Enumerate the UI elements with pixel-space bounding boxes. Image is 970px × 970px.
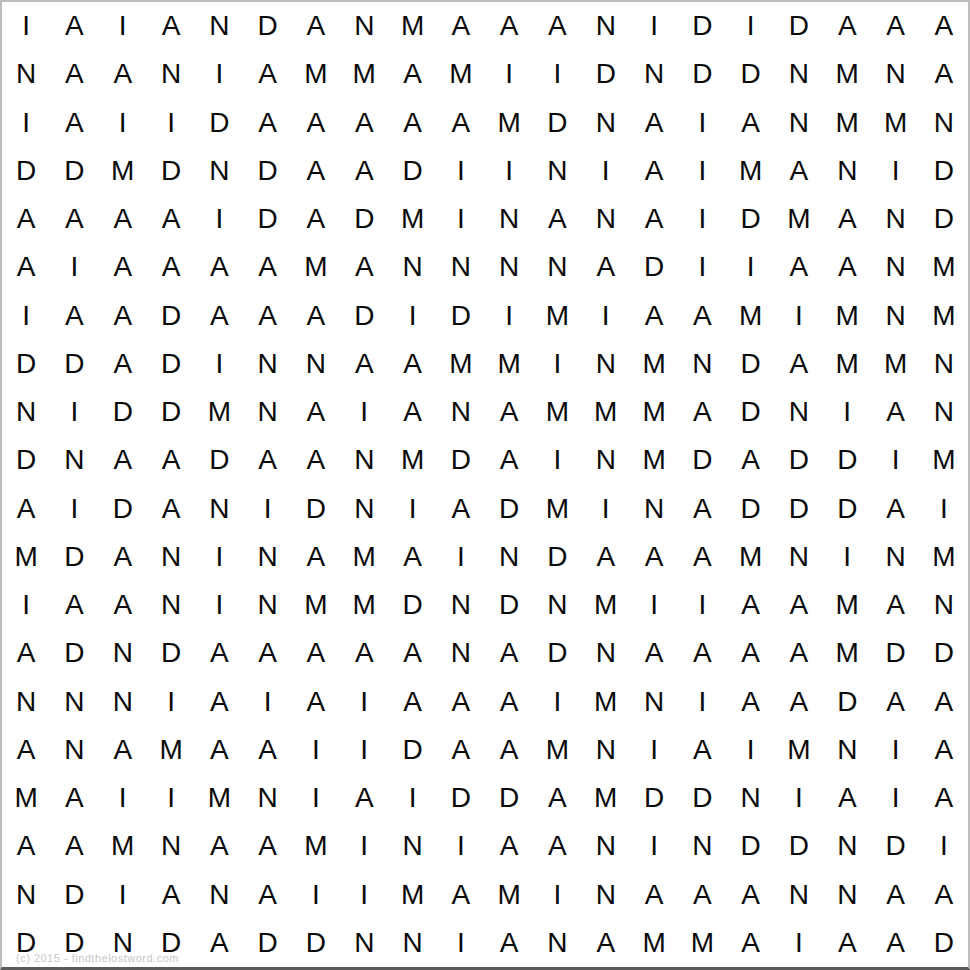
- grid-cell[interactable]: A: [437, 2, 485, 50]
- grid-cell[interactable]: N: [582, 99, 630, 147]
- grid-cell[interactable]: I: [340, 388, 388, 436]
- grid-cell[interactable]: I: [195, 50, 243, 98]
- grid-cell[interactable]: M: [292, 822, 340, 870]
- grid-cell[interactable]: A: [292, 388, 340, 436]
- grid-cell[interactable]: A: [195, 243, 243, 291]
- grid-cell[interactable]: D: [243, 2, 291, 50]
- grid-cell[interactable]: N: [582, 2, 630, 50]
- grid-cell[interactable]: A: [50, 50, 98, 98]
- grid-cell[interactable]: A: [630, 533, 678, 581]
- grid-cell[interactable]: N: [533, 919, 581, 967]
- grid-cell[interactable]: I: [292, 871, 340, 919]
- grid-cell[interactable]: I: [437, 147, 485, 195]
- grid-cell[interactable]: N: [388, 919, 436, 967]
- grid-cell[interactable]: D: [823, 436, 871, 484]
- grid-cell[interactable]: I: [243, 485, 291, 533]
- grid-cell[interactable]: N: [920, 99, 968, 147]
- grid-cell[interactable]: D: [533, 629, 581, 677]
- grid-cell[interactable]: D: [340, 292, 388, 340]
- grid-cell[interactable]: A: [485, 2, 533, 50]
- grid-cell[interactable]: M: [147, 726, 195, 774]
- grid-cell[interactable]: M: [823, 292, 871, 340]
- grid-cell[interactable]: I: [437, 822, 485, 870]
- grid-cell[interactable]: A: [920, 2, 968, 50]
- grid-cell[interactable]: N: [630, 678, 678, 726]
- grid-cell[interactable]: A: [485, 436, 533, 484]
- grid-cell[interactable]: M: [195, 388, 243, 436]
- grid-cell[interactable]: N: [871, 533, 919, 581]
- grid-cell[interactable]: A: [292, 147, 340, 195]
- grid-cell[interactable]: D: [775, 436, 823, 484]
- grid-cell[interactable]: N: [243, 774, 291, 822]
- grid-cell[interactable]: A: [871, 919, 919, 967]
- grid-cell[interactable]: A: [195, 629, 243, 677]
- grid-cell[interactable]: A: [630, 629, 678, 677]
- grid-cell[interactable]: I: [630, 581, 678, 629]
- grid-cell[interactable]: D: [726, 50, 774, 98]
- grid-cell[interactable]: A: [437, 871, 485, 919]
- grid-cell[interactable]: I: [99, 99, 147, 147]
- grid-cell[interactable]: A: [678, 388, 726, 436]
- grid-cell[interactable]: A: [50, 99, 98, 147]
- grid-cell[interactable]: N: [920, 388, 968, 436]
- grid-cell[interactable]: I: [678, 147, 726, 195]
- grid-cell[interactable]: A: [2, 243, 50, 291]
- grid-cell[interactable]: A: [388, 629, 436, 677]
- grid-cell[interactable]: M: [630, 340, 678, 388]
- grid-cell[interactable]: D: [195, 99, 243, 147]
- grid-cell[interactable]: I: [871, 436, 919, 484]
- grid-cell[interactable]: I: [147, 99, 195, 147]
- grid-cell[interactable]: N: [582, 195, 630, 243]
- grid-cell[interactable]: A: [678, 292, 726, 340]
- grid-cell[interactable]: I: [533, 436, 581, 484]
- grid-cell[interactable]: N: [340, 2, 388, 50]
- grid-cell[interactable]: D: [485, 774, 533, 822]
- grid-cell[interactable]: I: [2, 99, 50, 147]
- grid-cell[interactable]: A: [147, 2, 195, 50]
- grid-cell[interactable]: A: [195, 919, 243, 967]
- grid-cell[interactable]: D: [437, 774, 485, 822]
- grid-cell[interactable]: D: [50, 533, 98, 581]
- grid-cell[interactable]: M: [388, 436, 436, 484]
- grid-cell[interactable]: D: [243, 195, 291, 243]
- grid-cell[interactable]: A: [678, 871, 726, 919]
- grid-cell[interactable]: N: [920, 581, 968, 629]
- grid-cell[interactable]: A: [920, 726, 968, 774]
- grid-cell[interactable]: A: [485, 629, 533, 677]
- grid-cell[interactable]: D: [50, 629, 98, 677]
- grid-cell[interactable]: M: [99, 822, 147, 870]
- grid-cell[interactable]: M: [823, 629, 871, 677]
- grid-cell[interactable]: A: [243, 292, 291, 340]
- grid-cell[interactable]: M: [726, 292, 774, 340]
- grid-cell[interactable]: A: [147, 195, 195, 243]
- grid-cell[interactable]: A: [533, 2, 581, 50]
- grid-cell[interactable]: A: [340, 147, 388, 195]
- grid-cell[interactable]: M: [775, 726, 823, 774]
- grid-cell[interactable]: M: [292, 581, 340, 629]
- grid-cell[interactable]: A: [243, 50, 291, 98]
- grid-cell[interactable]: A: [678, 726, 726, 774]
- grid-cell[interactable]: D: [726, 388, 774, 436]
- grid-cell[interactable]: A: [292, 629, 340, 677]
- grid-cell[interactable]: A: [50, 2, 98, 50]
- grid-cell[interactable]: I: [340, 726, 388, 774]
- grid-cell[interactable]: A: [99, 436, 147, 484]
- grid-cell[interactable]: D: [920, 919, 968, 967]
- grid-cell[interactable]: A: [437, 678, 485, 726]
- grid-cell[interactable]: M: [726, 147, 774, 195]
- grid-cell[interactable]: A: [823, 2, 871, 50]
- grid-cell[interactable]: N: [195, 2, 243, 50]
- grid-cell[interactable]: A: [823, 243, 871, 291]
- grid-cell[interactable]: N: [50, 726, 98, 774]
- grid-cell[interactable]: N: [485, 243, 533, 291]
- grid-cell[interactable]: M: [920, 436, 968, 484]
- grid-cell[interactable]: N: [871, 50, 919, 98]
- grid-cell[interactable]: A: [99, 195, 147, 243]
- grid-cell[interactable]: M: [2, 774, 50, 822]
- grid-cell[interactable]: I: [823, 533, 871, 581]
- grid-cell[interactable]: D: [775, 485, 823, 533]
- grid-cell[interactable]: A: [823, 195, 871, 243]
- grid-cell[interactable]: I: [678, 243, 726, 291]
- grid-cell[interactable]: M: [823, 50, 871, 98]
- grid-cell[interactable]: A: [2, 195, 50, 243]
- grid-cell[interactable]: D: [775, 822, 823, 870]
- grid-cell[interactable]: N: [292, 340, 340, 388]
- grid-cell[interactable]: A: [99, 243, 147, 291]
- grid-cell[interactable]: N: [678, 340, 726, 388]
- grid-cell[interactable]: A: [388, 678, 436, 726]
- grid-cell[interactable]: A: [195, 678, 243, 726]
- grid-cell[interactable]: I: [678, 99, 726, 147]
- grid-cell[interactable]: D: [920, 147, 968, 195]
- grid-cell[interactable]: N: [99, 629, 147, 677]
- grid-cell[interactable]: N: [775, 388, 823, 436]
- grid-cell[interactable]: M: [533, 292, 581, 340]
- grid-cell[interactable]: M: [678, 919, 726, 967]
- grid-cell[interactable]: A: [340, 340, 388, 388]
- grid-cell[interactable]: A: [678, 629, 726, 677]
- grid-cell[interactable]: N: [2, 678, 50, 726]
- grid-cell[interactable]: I: [775, 292, 823, 340]
- grid-cell[interactable]: A: [292, 2, 340, 50]
- grid-cell[interactable]: N: [533, 243, 581, 291]
- grid-cell[interactable]: N: [823, 147, 871, 195]
- grid-cell[interactable]: N: [147, 533, 195, 581]
- grid-cell[interactable]: M: [775, 195, 823, 243]
- grid-cell[interactable]: A: [630, 147, 678, 195]
- grid-cell[interactable]: I: [678, 678, 726, 726]
- grid-cell[interactable]: A: [2, 822, 50, 870]
- grid-cell[interactable]: D: [147, 388, 195, 436]
- grid-cell[interactable]: A: [630, 195, 678, 243]
- grid-cell[interactable]: I: [437, 533, 485, 581]
- grid-cell[interactable]: N: [437, 629, 485, 677]
- grid-cell[interactable]: N: [775, 99, 823, 147]
- grid-cell[interactable]: D: [147, 147, 195, 195]
- grid-cell[interactable]: N: [50, 678, 98, 726]
- grid-cell[interactable]: I: [99, 871, 147, 919]
- grid-cell[interactable]: I: [726, 726, 774, 774]
- grid-cell[interactable]: A: [2, 726, 50, 774]
- grid-cell[interactable]: M: [340, 533, 388, 581]
- grid-cell[interactable]: I: [726, 2, 774, 50]
- grid-cell[interactable]: N: [582, 726, 630, 774]
- grid-cell[interactable]: A: [243, 436, 291, 484]
- grid-cell[interactable]: I: [292, 726, 340, 774]
- grid-cell[interactable]: A: [485, 678, 533, 726]
- grid-cell[interactable]: A: [775, 243, 823, 291]
- grid-cell[interactable]: I: [340, 822, 388, 870]
- grid-cell[interactable]: D: [195, 436, 243, 484]
- grid-cell[interactable]: I: [920, 485, 968, 533]
- grid-cell[interactable]: N: [678, 822, 726, 870]
- grid-cell[interactable]: A: [243, 99, 291, 147]
- grid-cell[interactable]: I: [678, 581, 726, 629]
- grid-cell[interactable]: N: [582, 340, 630, 388]
- grid-cell[interactable]: I: [388, 485, 436, 533]
- grid-cell[interactable]: M: [630, 436, 678, 484]
- grid-cell[interactable]: N: [2, 388, 50, 436]
- grid-cell[interactable]: N: [437, 581, 485, 629]
- grid-cell[interactable]: A: [292, 195, 340, 243]
- grid-cell[interactable]: D: [678, 774, 726, 822]
- grid-cell[interactable]: A: [775, 147, 823, 195]
- grid-cell[interactable]: A: [823, 774, 871, 822]
- grid-cell[interactable]: I: [340, 678, 388, 726]
- grid-cell[interactable]: A: [292, 292, 340, 340]
- grid-cell[interactable]: I: [2, 581, 50, 629]
- grid-cell[interactable]: A: [726, 99, 774, 147]
- grid-cell[interactable]: A: [775, 678, 823, 726]
- grid-cell[interactable]: D: [582, 50, 630, 98]
- grid-cell[interactable]: D: [726, 485, 774, 533]
- grid-cell[interactable]: M: [920, 243, 968, 291]
- grid-cell[interactable]: N: [775, 50, 823, 98]
- grid-cell[interactable]: D: [99, 485, 147, 533]
- grid-cell[interactable]: M: [823, 99, 871, 147]
- grid-cell[interactable]: N: [243, 340, 291, 388]
- grid-cell[interactable]: D: [388, 581, 436, 629]
- grid-cell[interactable]: N: [99, 678, 147, 726]
- grid-cell[interactable]: A: [195, 726, 243, 774]
- grid-cell[interactable]: I: [533, 871, 581, 919]
- grid-cell[interactable]: A: [582, 919, 630, 967]
- grid-cell[interactable]: D: [726, 340, 774, 388]
- grid-cell[interactable]: D: [243, 919, 291, 967]
- grid-cell[interactable]: A: [50, 195, 98, 243]
- grid-cell[interactable]: N: [533, 581, 581, 629]
- grid-cell[interactable]: A: [292, 678, 340, 726]
- grid-cell[interactable]: I: [195, 581, 243, 629]
- grid-cell[interactable]: D: [388, 147, 436, 195]
- grid-cell[interactable]: I: [50, 243, 98, 291]
- grid-cell[interactable]: A: [678, 533, 726, 581]
- grid-cell[interactable]: M: [485, 871, 533, 919]
- grid-cell[interactable]: D: [533, 533, 581, 581]
- grid-cell[interactable]: A: [775, 340, 823, 388]
- grid-cell[interactable]: D: [99, 388, 147, 436]
- grid-cell[interactable]: M: [437, 50, 485, 98]
- grid-cell[interactable]: I: [582, 292, 630, 340]
- grid-cell[interactable]: A: [871, 581, 919, 629]
- grid-cell[interactable]: A: [195, 292, 243, 340]
- grid-cell[interactable]: A: [388, 99, 436, 147]
- grid-cell[interactable]: M: [533, 388, 581, 436]
- grid-cell[interactable]: I: [195, 533, 243, 581]
- grid-cell[interactable]: N: [147, 822, 195, 870]
- grid-cell[interactable]: I: [437, 195, 485, 243]
- grid-cell[interactable]: A: [388, 50, 436, 98]
- grid-cell[interactable]: A: [243, 629, 291, 677]
- grid-cell[interactable]: A: [485, 388, 533, 436]
- grid-cell[interactable]: A: [99, 581, 147, 629]
- grid-cell[interactable]: N: [2, 871, 50, 919]
- grid-cell[interactable]: A: [726, 678, 774, 726]
- grid-cell[interactable]: D: [147, 629, 195, 677]
- grid-cell[interactable]: D: [50, 871, 98, 919]
- grid-cell[interactable]: I: [340, 871, 388, 919]
- grid-cell[interactable]: D: [678, 2, 726, 50]
- grid-cell[interactable]: M: [823, 581, 871, 629]
- grid-cell[interactable]: M: [485, 99, 533, 147]
- grid-cell[interactable]: M: [726, 533, 774, 581]
- grid-cell[interactable]: I: [920, 822, 968, 870]
- grid-cell[interactable]: A: [388, 388, 436, 436]
- grid-cell[interactable]: M: [340, 581, 388, 629]
- grid-cell[interactable]: A: [871, 2, 919, 50]
- grid-cell[interactable]: I: [582, 485, 630, 533]
- grid-cell[interactable]: M: [388, 195, 436, 243]
- grid-cell[interactable]: N: [485, 533, 533, 581]
- grid-cell[interactable]: A: [99, 292, 147, 340]
- grid-cell[interactable]: I: [582, 147, 630, 195]
- grid-cell[interactable]: A: [582, 533, 630, 581]
- grid-cell[interactable]: M: [630, 919, 678, 967]
- grid-cell[interactable]: A: [292, 99, 340, 147]
- grid-cell[interactable]: A: [726, 436, 774, 484]
- grid-cell[interactable]: D: [920, 629, 968, 677]
- grid-cell[interactable]: A: [775, 581, 823, 629]
- grid-cell[interactable]: I: [871, 726, 919, 774]
- grid-cell[interactable]: D: [678, 50, 726, 98]
- grid-cell[interactable]: D: [292, 485, 340, 533]
- grid-cell[interactable]: A: [726, 871, 774, 919]
- grid-cell[interactable]: D: [2, 340, 50, 388]
- grid-cell[interactable]: A: [99, 50, 147, 98]
- grid-cell[interactable]: D: [147, 340, 195, 388]
- grid-cell[interactable]: N: [147, 581, 195, 629]
- grid-cell[interactable]: M: [485, 340, 533, 388]
- grid-cell[interactable]: N: [630, 50, 678, 98]
- grid-cell[interactable]: N: [147, 50, 195, 98]
- grid-cell[interactable]: A: [726, 581, 774, 629]
- grid-cell[interactable]: A: [195, 822, 243, 870]
- grid-cell[interactable]: D: [630, 774, 678, 822]
- grid-cell[interactable]: N: [195, 871, 243, 919]
- grid-cell[interactable]: D: [533, 99, 581, 147]
- grid-cell[interactable]: I: [533, 678, 581, 726]
- grid-cell[interactable]: D: [2, 436, 50, 484]
- grid-cell[interactable]: A: [99, 340, 147, 388]
- grid-cell[interactable]: A: [726, 919, 774, 967]
- grid-cell[interactable]: A: [50, 292, 98, 340]
- grid-cell[interactable]: A: [726, 629, 774, 677]
- grid-cell[interactable]: D: [726, 195, 774, 243]
- grid-cell[interactable]: D: [871, 629, 919, 677]
- grid-cell[interactable]: I: [195, 195, 243, 243]
- grid-cell[interactable]: A: [243, 243, 291, 291]
- grid-cell[interactable]: D: [920, 195, 968, 243]
- grid-cell[interactable]: A: [243, 871, 291, 919]
- grid-cell[interactable]: D: [388, 726, 436, 774]
- grid-cell[interactable]: I: [243, 678, 291, 726]
- grid-cell[interactable]: N: [243, 388, 291, 436]
- grid-cell[interactable]: A: [871, 678, 919, 726]
- grid-cell[interactable]: M: [582, 678, 630, 726]
- grid-cell[interactable]: N: [50, 436, 98, 484]
- grid-cell[interactable]: A: [340, 243, 388, 291]
- grid-cell[interactable]: A: [920, 50, 968, 98]
- grid-cell[interactable]: M: [388, 2, 436, 50]
- grid-cell[interactable]: I: [195, 340, 243, 388]
- grid-cell[interactable]: N: [871, 195, 919, 243]
- grid-cell[interactable]: D: [437, 436, 485, 484]
- grid-cell[interactable]: I: [388, 292, 436, 340]
- grid-cell[interactable]: N: [195, 485, 243, 533]
- grid-cell[interactable]: A: [582, 243, 630, 291]
- grid-cell[interactable]: M: [823, 340, 871, 388]
- grid-cell[interactable]: A: [388, 340, 436, 388]
- grid-cell[interactable]: A: [533, 195, 581, 243]
- grid-cell[interactable]: A: [243, 822, 291, 870]
- grid-cell[interactable]: D: [437, 292, 485, 340]
- grid-cell[interactable]: A: [292, 533, 340, 581]
- grid-cell[interactable]: A: [99, 533, 147, 581]
- grid-cell[interactable]: A: [340, 99, 388, 147]
- grid-cell[interactable]: N: [871, 292, 919, 340]
- grid-cell[interactable]: D: [292, 919, 340, 967]
- grid-cell[interactable]: M: [871, 340, 919, 388]
- grid-cell[interactable]: M: [99, 147, 147, 195]
- grid-cell[interactable]: D: [630, 243, 678, 291]
- grid-cell[interactable]: A: [50, 822, 98, 870]
- grid-cell[interactable]: M: [388, 871, 436, 919]
- grid-cell[interactable]: D: [678, 436, 726, 484]
- grid-cell[interactable]: M: [292, 50, 340, 98]
- grid-cell[interactable]: M: [340, 50, 388, 98]
- grid-cell[interactable]: D: [340, 195, 388, 243]
- grid-cell[interactable]: A: [485, 726, 533, 774]
- grid-cell[interactable]: A: [630, 871, 678, 919]
- grid-cell[interactable]: A: [630, 99, 678, 147]
- grid-cell[interactable]: A: [437, 485, 485, 533]
- grid-cell[interactable]: M: [533, 726, 581, 774]
- grid-cell[interactable]: N: [243, 533, 291, 581]
- grid-cell[interactable]: A: [871, 485, 919, 533]
- grid-cell[interactable]: I: [388, 774, 436, 822]
- grid-cell[interactable]: M: [920, 533, 968, 581]
- grid-cell[interactable]: I: [726, 243, 774, 291]
- grid-cell[interactable]: N: [823, 871, 871, 919]
- grid-cell[interactable]: A: [50, 581, 98, 629]
- grid-cell[interactable]: I: [50, 485, 98, 533]
- grid-cell[interactable]: N: [243, 581, 291, 629]
- grid-cell[interactable]: N: [823, 822, 871, 870]
